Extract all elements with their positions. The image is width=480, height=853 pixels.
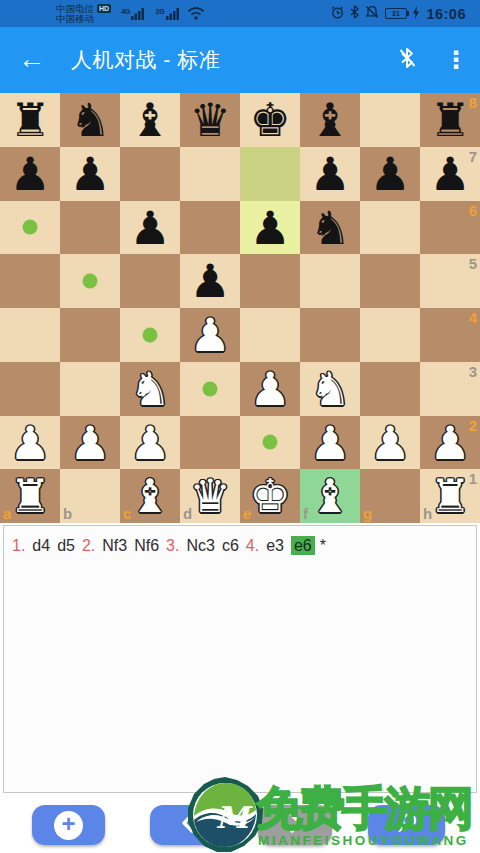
square-g4[interactable] — [360, 308, 420, 362]
square-c4[interactable] — [120, 308, 180, 362]
square-b1[interactable]: b — [60, 469, 120, 523]
square-a6[interactable] — [0, 201, 60, 255]
app-bar: ← 人机对战 - 标准 ⋮ — [0, 27, 480, 93]
bluetooth-disabled-icon[interactable] — [397, 47, 418, 73]
overflow-menu-icon[interactable]: ⋮ — [444, 48, 468, 72]
square-f8[interactable]: ♝ — [300, 93, 360, 147]
move-list: 1.d4d52.Nf3Nf63.Nc3c64.e3e6* — [12, 535, 468, 557]
rank-label: 5 — [469, 256, 477, 271]
rank-label: 1 — [469, 471, 477, 486]
square-c2[interactable]: ♟ — [120, 416, 180, 470]
square-f4[interactable] — [300, 308, 360, 362]
magnifier-icon — [394, 810, 420, 840]
square-b3[interactable] — [60, 362, 120, 416]
square-e8[interactable]: ♚ — [240, 93, 300, 147]
square-f2[interactable]: ♟ — [300, 416, 360, 470]
square-d5[interactable]: ♟ — [180, 254, 240, 308]
square-d4[interactable]: ♟ — [180, 308, 240, 362]
piece-black-queen: ♛ — [180, 93, 240, 147]
square-d6[interactable] — [180, 201, 240, 255]
square-h8[interactable]: ♜8 — [420, 93, 480, 147]
piece-white-rook: ♜ — [420, 469, 480, 523]
piece-black-pawn: ♟ — [240, 201, 300, 255]
square-b7[interactable]: ♟ — [60, 147, 120, 201]
battery-icon: 31 — [385, 8, 410, 19]
piece-white-bishop: ♝ — [120, 469, 180, 523]
piece-white-pawn: ♟ — [180, 308, 240, 362]
square-h3[interactable]: 3 — [420, 362, 480, 416]
square-a5[interactable] — [0, 254, 60, 308]
move-list-panel[interactable]: 1.d4d52.Nf3Nf63.Nc3c64.e3e6* — [3, 525, 477, 793]
piece-white-pawn: ♟ — [0, 416, 60, 470]
piece-white-king: ♚ — [240, 469, 300, 523]
legal-move-dot — [263, 435, 278, 450]
piece-black-pawn: ♟ — [120, 201, 180, 255]
square-d2[interactable] — [180, 416, 240, 470]
piece-white-pawn: ♟ — [420, 416, 480, 470]
square-e3[interactable]: ♟ — [240, 362, 300, 416]
move-token[interactable]: d5 — [57, 537, 75, 554]
piece-white-pawn: ♟ — [240, 362, 300, 416]
square-e7[interactable] — [240, 147, 300, 201]
search-button[interactable] — [368, 805, 445, 845]
rank-label: 8 — [469, 95, 477, 110]
square-f5[interactable] — [300, 254, 360, 308]
square-g8[interactable] — [360, 93, 420, 147]
carrier-name-1: 中国电信 — [56, 4, 94, 14]
square-d1[interactable]: ♛d — [180, 469, 240, 523]
next-move-button[interactable] — [258, 805, 332, 845]
legal-move-dot — [203, 381, 218, 396]
piece-black-knight: ♞ — [60, 93, 120, 147]
square-c7[interactable] — [120, 147, 180, 201]
square-g6[interactable] — [360, 201, 420, 255]
square-e6[interactable]: ♟ — [240, 201, 300, 255]
notifications-off-icon — [365, 5, 379, 23]
file-label: c — [123, 506, 131, 521]
move-token[interactable]: e6 — [291, 536, 315, 555]
alarm-icon — [331, 5, 344, 23]
square-a7[interactable]: ♟ — [0, 147, 60, 201]
square-a3[interactable] — [0, 362, 60, 416]
square-e5[interactable] — [240, 254, 300, 308]
legal-move-dot — [143, 327, 158, 342]
square-a1[interactable]: ♜a — [0, 469, 60, 523]
square-g3[interactable] — [360, 362, 420, 416]
clock-time: 16:06 — [426, 6, 466, 22]
square-h1[interactable]: ♜1h — [420, 469, 480, 523]
wifi-icon — [187, 7, 205, 20]
add-button[interactable]: + — [32, 805, 105, 845]
piece-white-pawn: ♟ — [60, 416, 120, 470]
piece-black-rook: ♜ — [420, 93, 480, 147]
square-c8[interactable]: ♝ — [120, 93, 180, 147]
piece-white-pawn: ♟ — [360, 416, 420, 470]
move-number: 4. — [246, 537, 259, 554]
square-f3[interactable]: ♞ — [300, 362, 360, 416]
move-token[interactable]: Nc3 — [186, 537, 214, 554]
square-b8[interactable]: ♞ — [60, 93, 120, 147]
square-b4[interactable] — [60, 308, 120, 362]
battery-level: 31 — [385, 8, 407, 19]
square-g5[interactable] — [360, 254, 420, 308]
page-title: 人机对战 - 标准 — [71, 46, 220, 74]
move-token[interactable]: Nf6 — [134, 537, 159, 554]
move-token[interactable]: e3 — [266, 537, 284, 554]
rank-label: 7 — [469, 149, 477, 164]
file-label: b — [63, 506, 72, 521]
piece-black-pawn: ♟ — [420, 147, 480, 201]
square-a2[interactable]: ♟ — [0, 416, 60, 470]
square-h7[interactable]: ♟7 — [420, 147, 480, 201]
piece-white-pawn: ♟ — [300, 416, 360, 470]
piece-white-knight: ♞ — [300, 362, 360, 416]
piece-black-pawn: ♟ — [60, 147, 120, 201]
board: ♜♞♝♛♚♝♜8♟♟♟♟♟7♟♟♞6♟5♟4♞♟♞3♟♟♟♟♟♟2♜ab♝c♛d… — [0, 93, 480, 523]
square-h6[interactable]: 6 — [420, 201, 480, 255]
result-token: * — [320, 537, 326, 554]
rank-label: 3 — [469, 364, 477, 379]
square-f7[interactable]: ♟ — [300, 147, 360, 201]
move-token[interactable]: Nf3 — [102, 537, 127, 554]
legal-move-dot — [23, 220, 38, 235]
file-label: f — [303, 506, 308, 521]
status-bar: 中国电信 HD 中国移动 4G 2G — [0, 0, 480, 27]
piece-white-pawn: ♟ — [120, 416, 180, 470]
piece-black-bishop: ♝ — [120, 93, 180, 147]
square-b6[interactable] — [60, 201, 120, 255]
square-e2[interactable] — [240, 416, 300, 470]
piece-black-pawn: ♟ — [300, 147, 360, 201]
carrier-name-2: 中国移动 — [56, 14, 94, 24]
carrier-info: 中国电信 HD 中国移动 — [56, 4, 111, 24]
piece-white-bishop: ♝ — [300, 469, 360, 523]
piece-black-pawn: ♟ — [0, 147, 60, 201]
piece-black-rook: ♜ — [0, 93, 60, 147]
piece-black-bishop: ♝ — [300, 93, 360, 147]
rank-label: 2 — [469, 418, 477, 433]
bluetooth-icon — [350, 5, 359, 23]
signal-bars-icon: 4G — [121, 7, 145, 20]
prev-move-button[interactable] — [150, 805, 228, 845]
square-d7[interactable] — [180, 147, 240, 201]
square-e1[interactable]: ♚e — [240, 469, 300, 523]
bottom-bar: + — [0, 795, 480, 853]
file-label: a — [3, 506, 11, 521]
chevron-right-icon — [283, 810, 307, 840]
square-b2[interactable]: ♟ — [60, 416, 120, 470]
plus-circle-icon: + — [54, 811, 83, 840]
rank-label: 6 — [469, 203, 477, 218]
piece-black-king: ♚ — [240, 93, 300, 147]
back-arrow-icon[interactable]: ← — [18, 46, 45, 73]
square-c6[interactable]: ♟ — [120, 201, 180, 255]
hd-badge: HD — [97, 4, 111, 13]
signal-bars-icon: 2G — [155, 7, 179, 20]
piece-white-queen: ♛ — [180, 469, 240, 523]
piece-black-knight: ♞ — [300, 201, 360, 255]
square-c1[interactable]: ♝c — [120, 469, 180, 523]
piece-black-pawn: ♟ — [180, 254, 240, 308]
charging-icon — [412, 5, 420, 23]
file-label: g — [363, 506, 372, 521]
chevron-left-icon — [177, 810, 201, 840]
legal-move-dot — [83, 274, 98, 289]
file-label: e — [243, 506, 251, 521]
square-g7[interactable]: ♟ — [360, 147, 420, 201]
square-h4[interactable]: 4 — [420, 308, 480, 362]
square-d8[interactable]: ♛ — [180, 93, 240, 147]
piece-white-knight: ♞ — [120, 362, 180, 416]
move-token[interactable]: c6 — [222, 537, 239, 554]
move-number: 1. — [12, 537, 25, 554]
square-a4[interactable] — [0, 308, 60, 362]
square-c5[interactable] — [120, 254, 180, 308]
move-token[interactable]: d4 — [32, 537, 50, 554]
square-h2[interactable]: ♟2 — [420, 416, 480, 470]
square-g2[interactable]: ♟ — [360, 416, 420, 470]
file-label: h — [423, 506, 432, 521]
piece-black-pawn: ♟ — [360, 147, 420, 201]
square-e4[interactable] — [240, 308, 300, 362]
square-a8[interactable]: ♜ — [0, 93, 60, 147]
square-f6[interactable]: ♞ — [300, 201, 360, 255]
square-b5[interactable] — [60, 254, 120, 308]
move-number: 3. — [166, 537, 179, 554]
square-c3[interactable]: ♞ — [120, 362, 180, 416]
rank-label: 4 — [469, 310, 477, 325]
move-number: 2. — [82, 537, 95, 554]
file-label: d — [183, 506, 192, 521]
square-d3[interactable] — [180, 362, 240, 416]
screen: 中国电信 HD 中国移动 4G 2G — [0, 0, 480, 853]
square-g1[interactable]: g — [360, 469, 420, 523]
square-h5[interactable]: 5 — [420, 254, 480, 308]
piece-white-rook: ♜ — [0, 469, 60, 523]
square-f1[interactable]: ♝f — [300, 469, 360, 523]
